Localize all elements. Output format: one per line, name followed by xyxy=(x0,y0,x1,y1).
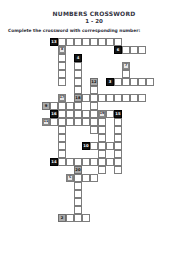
empty-cell xyxy=(26,142,34,150)
empty-cell xyxy=(138,86,146,94)
empty-cell xyxy=(98,78,106,86)
empty-cell xyxy=(82,70,90,78)
answer-cell[interactable] xyxy=(58,62,66,70)
answer-cell[interactable] xyxy=(82,118,90,126)
empty-cell xyxy=(42,142,50,150)
clue-cell-gray: 12 xyxy=(90,78,98,86)
answer-cell[interactable] xyxy=(146,78,154,86)
clue-cell-gray: 2 xyxy=(58,214,66,222)
answer-cell[interactable] xyxy=(58,78,66,86)
empty-cell xyxy=(42,54,50,62)
answer-cell[interactable] xyxy=(98,38,106,46)
empty-cell xyxy=(26,198,34,206)
answer-cell-with-clue-number[interactable]: 19 xyxy=(98,110,106,118)
empty-cell xyxy=(146,182,154,190)
empty-cell xyxy=(146,46,154,54)
empty-cell xyxy=(42,70,50,78)
empty-cell xyxy=(42,150,50,158)
empty-cell xyxy=(122,190,130,198)
empty-cell xyxy=(42,38,50,46)
empty-cell xyxy=(114,174,122,182)
empty-cell xyxy=(114,70,122,78)
empty-cell xyxy=(146,198,154,206)
answer-cell[interactable] xyxy=(74,158,82,166)
empty-cell xyxy=(106,206,114,214)
empty-cell xyxy=(122,102,130,110)
clue-number-box: 7 xyxy=(123,63,128,68)
answer-cell[interactable] xyxy=(58,134,66,142)
empty-cell xyxy=(98,102,106,110)
answer-cell[interactable] xyxy=(114,94,122,102)
empty-cell xyxy=(66,206,74,214)
empty-cell xyxy=(130,110,138,118)
empty-cell xyxy=(50,70,58,78)
answer-cell[interactable] xyxy=(66,118,74,126)
empty-cell xyxy=(66,54,74,62)
empty-cell xyxy=(146,134,154,142)
empty-cell xyxy=(106,70,114,78)
answer-cell[interactable] xyxy=(74,102,82,110)
answer-cell[interactable] xyxy=(58,126,66,134)
empty-cell xyxy=(26,94,34,102)
empty-cell xyxy=(138,62,146,70)
answer-cell[interactable] xyxy=(106,158,114,166)
empty-cell xyxy=(26,62,34,70)
answer-cell[interactable] xyxy=(106,142,114,150)
empty-cell xyxy=(66,86,74,94)
empty-cell xyxy=(50,150,58,158)
answer-cell[interactable] xyxy=(74,206,82,214)
empty-cell xyxy=(114,102,122,110)
empty-cell xyxy=(74,46,82,54)
empty-cell xyxy=(34,86,42,94)
clue-cell-black: 16 xyxy=(50,110,58,118)
empty-cell xyxy=(146,190,154,198)
empty-cell xyxy=(130,102,138,110)
empty-cell xyxy=(82,206,90,214)
empty-cell xyxy=(122,110,130,118)
empty-cell xyxy=(106,134,114,142)
empty-cell xyxy=(34,198,42,206)
answer-cell[interactable] xyxy=(114,134,122,142)
empty-cell xyxy=(138,102,146,110)
empty-cell xyxy=(130,198,138,206)
empty-cell xyxy=(122,126,130,134)
empty-cell xyxy=(122,150,130,158)
answer-cell[interactable] xyxy=(106,94,114,102)
clue-number-box: 17 xyxy=(59,95,64,100)
answer-cell[interactable] xyxy=(58,142,66,150)
empty-cell xyxy=(50,142,58,150)
empty-cell xyxy=(26,54,34,62)
empty-cell xyxy=(34,78,42,86)
empty-cell xyxy=(26,86,34,94)
answer-cell[interactable] xyxy=(114,118,122,126)
empty-cell xyxy=(138,142,146,150)
answer-cell[interactable] xyxy=(90,158,98,166)
empty-cell xyxy=(106,182,114,190)
empty-cell xyxy=(66,70,74,78)
empty-cell xyxy=(50,182,58,190)
answer-cell[interactable] xyxy=(98,134,106,142)
answer-cell[interactable] xyxy=(138,94,146,102)
empty-cell xyxy=(34,174,42,182)
answer-cell[interactable] xyxy=(98,118,106,126)
empty-cell xyxy=(34,54,42,62)
empty-cell xyxy=(98,86,106,94)
empty-cell xyxy=(146,150,154,158)
empty-cell xyxy=(42,158,50,166)
answer-cell[interactable] xyxy=(50,102,58,110)
answer-cell-with-clue-number[interactable]: 7 xyxy=(122,62,130,70)
empty-cell xyxy=(34,134,42,142)
empty-cell xyxy=(146,102,154,110)
answer-cell[interactable] xyxy=(74,174,82,182)
empty-cell xyxy=(122,174,130,182)
answer-cell[interactable] xyxy=(98,142,106,150)
empty-cell xyxy=(74,150,82,158)
answer-cell[interactable] xyxy=(82,174,90,182)
empty-cell xyxy=(82,198,90,206)
empty-cell xyxy=(146,118,154,126)
empty-cell xyxy=(26,70,34,78)
answer-cell[interactable] xyxy=(122,70,130,78)
answer-cell[interactable] xyxy=(58,70,66,78)
clue-cell-black: 10 xyxy=(82,142,90,150)
empty-cell xyxy=(114,86,122,94)
answer-cell[interactable] xyxy=(90,118,98,126)
answer-cell[interactable] xyxy=(106,38,114,46)
answer-cell[interactable] xyxy=(90,94,98,102)
answer-cell[interactable] xyxy=(66,102,74,110)
empty-cell xyxy=(26,118,34,126)
answer-cell[interactable] xyxy=(58,102,66,110)
empty-cell xyxy=(114,190,122,198)
empty-cell xyxy=(98,214,106,222)
empty-cell xyxy=(66,46,74,54)
empty-cell xyxy=(82,166,90,174)
answer-cell[interactable] xyxy=(114,158,122,166)
empty-cell xyxy=(130,118,138,126)
empty-cell xyxy=(66,182,74,190)
empty-cell xyxy=(50,166,58,174)
empty-cell xyxy=(26,182,34,190)
answer-cell[interactable] xyxy=(58,158,66,166)
empty-cell xyxy=(34,142,42,150)
empty-cell xyxy=(130,134,138,142)
worksheet-page: NUMBERS CROSSWORD 1 - 20 Complete the cr… xyxy=(0,0,180,255)
answer-cell[interactable] xyxy=(74,62,82,70)
answer-cell[interactable] xyxy=(58,54,66,62)
empty-cell xyxy=(146,62,154,70)
empty-cell xyxy=(66,94,74,102)
answer-cell[interactable] xyxy=(90,174,98,182)
empty-cell xyxy=(146,94,154,102)
empty-cell xyxy=(98,198,106,206)
empty-cell xyxy=(90,70,98,78)
empty-cell xyxy=(34,182,42,190)
empty-cell xyxy=(58,190,66,198)
empty-cell xyxy=(90,54,98,62)
answer-cell[interactable] xyxy=(90,110,98,118)
clue-cell-black: 15 xyxy=(114,110,122,118)
empty-cell xyxy=(42,214,50,222)
answer-cell[interactable] xyxy=(114,166,122,174)
empty-cell xyxy=(42,46,50,54)
empty-cell xyxy=(146,54,154,62)
empty-cell xyxy=(90,62,98,70)
empty-cell xyxy=(58,86,66,94)
answer-cell[interactable] xyxy=(50,118,58,126)
empty-cell xyxy=(58,182,66,190)
clue-number-box: 8 xyxy=(59,47,64,52)
empty-cell xyxy=(98,182,106,190)
empty-cell xyxy=(42,126,50,134)
empty-cell xyxy=(106,46,114,54)
empty-cell xyxy=(98,62,106,70)
empty-cell xyxy=(58,198,66,206)
answer-cell[interactable] xyxy=(90,38,98,46)
answer-cell[interactable] xyxy=(114,126,122,134)
empty-cell xyxy=(130,70,138,78)
answer-cell[interactable] xyxy=(98,150,106,158)
answer-cell[interactable] xyxy=(90,102,98,110)
empty-cell xyxy=(34,190,42,198)
empty-cell xyxy=(130,86,138,94)
empty-cell xyxy=(42,166,50,174)
empty-cell xyxy=(66,150,74,158)
empty-cell xyxy=(98,174,106,182)
empty-cell xyxy=(26,78,34,86)
answer-cell[interactable] xyxy=(98,126,106,134)
empty-cell xyxy=(146,158,154,166)
empty-cell xyxy=(138,158,146,166)
answer-cell[interactable] xyxy=(66,214,74,222)
answer-cell[interactable] xyxy=(74,198,82,206)
empty-cell xyxy=(26,110,34,118)
answer-cell[interactable] xyxy=(98,166,106,174)
empty-cell xyxy=(66,166,74,174)
empty-cell xyxy=(122,86,130,94)
answer-cell[interactable] xyxy=(98,94,106,102)
empty-cell xyxy=(34,206,42,214)
empty-cell xyxy=(34,38,42,46)
empty-cell xyxy=(66,134,74,142)
empty-cell xyxy=(66,190,74,198)
empty-cell xyxy=(42,78,50,86)
empty-cell xyxy=(82,126,90,134)
clue-cell-black: 4 xyxy=(74,54,82,62)
empty-cell xyxy=(50,62,58,70)
empty-cell xyxy=(138,126,146,134)
empty-cell xyxy=(106,150,114,158)
answer-cell[interactable] xyxy=(138,78,146,86)
empty-cell xyxy=(122,134,130,142)
answer-cell[interactable] xyxy=(82,94,90,102)
answer-cell[interactable] xyxy=(138,46,146,54)
empty-cell xyxy=(34,150,42,158)
empty-cell xyxy=(106,118,114,126)
empty-cell xyxy=(26,46,34,54)
answer-cell[interactable] xyxy=(58,118,66,126)
empty-cell xyxy=(42,190,50,198)
empty-cell xyxy=(26,134,34,142)
empty-cell xyxy=(26,126,34,134)
empty-cell xyxy=(42,198,50,206)
answer-cell-with-clue-number[interactable]: 11 xyxy=(42,118,50,126)
answer-cell-with-clue-number[interactable]: 8 xyxy=(58,46,66,54)
empty-cell xyxy=(106,62,114,70)
clue-cell-black: 14 xyxy=(50,158,58,166)
answer-cell-with-clue-number[interactable]: 17 xyxy=(58,94,66,102)
empty-cell xyxy=(82,134,90,142)
empty-cell xyxy=(34,126,42,134)
empty-cell xyxy=(42,62,50,70)
answer-cell[interactable] xyxy=(122,78,130,86)
answer-cell[interactable] xyxy=(74,86,82,94)
empty-cell xyxy=(122,206,130,214)
empty-cell xyxy=(42,110,50,118)
crossword-grid: 138647123171891619151110142052 xyxy=(26,38,154,222)
answer-cell[interactable] xyxy=(98,158,106,166)
answer-cell[interactable] xyxy=(122,94,130,102)
empty-cell xyxy=(66,198,74,206)
empty-cell xyxy=(130,166,138,174)
answer-cell[interactable] xyxy=(90,86,98,94)
empty-cell xyxy=(34,62,42,70)
empty-cell xyxy=(58,174,66,182)
empty-cell xyxy=(106,198,114,206)
empty-cell xyxy=(50,86,58,94)
empty-cell xyxy=(50,190,58,198)
empty-cell xyxy=(138,190,146,198)
empty-cell xyxy=(98,206,106,214)
answer-cell[interactable] xyxy=(74,38,82,46)
empty-cell xyxy=(106,190,114,198)
empty-cell xyxy=(90,206,98,214)
answer-cell[interactable] xyxy=(82,110,90,118)
empty-cell xyxy=(82,150,90,158)
clue-cell-black: 3 xyxy=(106,78,114,86)
empty-cell xyxy=(34,166,42,174)
empty-cell xyxy=(146,142,154,150)
answer-cell[interactable] xyxy=(74,182,82,190)
answer-cell[interactable] xyxy=(130,46,138,54)
empty-cell xyxy=(74,126,82,134)
answer-cell[interactable] xyxy=(90,142,98,150)
empty-cell xyxy=(130,190,138,198)
empty-cell xyxy=(50,198,58,206)
empty-cell xyxy=(34,70,42,78)
empty-cell xyxy=(58,166,66,174)
answer-cell[interactable] xyxy=(114,150,122,158)
answer-cell[interactable] xyxy=(66,38,74,46)
answer-cell[interactable] xyxy=(66,158,74,166)
empty-cell xyxy=(82,182,90,190)
empty-cell xyxy=(138,54,146,62)
empty-cell xyxy=(130,142,138,150)
empty-cell xyxy=(106,174,114,182)
answer-cell[interactable] xyxy=(82,38,90,46)
empty-cell xyxy=(122,182,130,190)
empty-cell xyxy=(114,54,122,62)
answer-cell[interactable] xyxy=(74,118,82,126)
answer-cell[interactable] xyxy=(114,78,122,86)
empty-cell xyxy=(34,102,42,110)
empty-cell xyxy=(42,94,50,102)
empty-cell xyxy=(98,70,106,78)
empty-cell xyxy=(82,46,90,54)
answer-cell[interactable] xyxy=(58,150,66,158)
empty-cell xyxy=(130,182,138,190)
clue-number-box: 19 xyxy=(99,111,104,116)
answer-cell[interactable] xyxy=(74,110,82,118)
empty-cell xyxy=(146,110,154,118)
answer-cell-with-clue-number[interactable]: 5 xyxy=(66,174,74,182)
empty-cell xyxy=(50,54,58,62)
answer-cell[interactable] xyxy=(90,126,98,134)
empty-cell xyxy=(66,126,74,134)
empty-cell xyxy=(130,38,138,46)
empty-cell xyxy=(146,166,154,174)
empty-cell xyxy=(50,206,58,214)
empty-cell xyxy=(26,214,34,222)
empty-cell xyxy=(50,46,58,54)
empty-cell xyxy=(146,126,154,134)
empty-cell xyxy=(26,38,34,46)
empty-cell xyxy=(50,126,58,134)
empty-cell xyxy=(50,174,58,182)
answer-cell[interactable] xyxy=(58,38,66,46)
answer-cell[interactable] xyxy=(58,110,66,118)
empty-cell xyxy=(82,62,90,70)
answer-cell[interactable] xyxy=(114,38,122,46)
empty-cell xyxy=(98,54,106,62)
clue-cell-black: 6 xyxy=(114,46,122,54)
empty-cell xyxy=(82,78,90,86)
answer-cell[interactable] xyxy=(74,190,82,198)
empty-cell xyxy=(130,126,138,134)
answer-cell[interactable] xyxy=(82,214,90,222)
answer-cell[interactable] xyxy=(114,142,122,150)
answer-cell[interactable] xyxy=(74,214,82,222)
empty-cell xyxy=(146,70,154,78)
answer-cell[interactable] xyxy=(82,158,90,166)
empty-cell xyxy=(58,206,66,214)
answer-cell[interactable] xyxy=(74,70,82,78)
answer-cell[interactable] xyxy=(122,46,130,54)
answer-cell[interactable] xyxy=(130,94,138,102)
answer-cell[interactable] xyxy=(130,78,138,86)
empty-cell xyxy=(146,38,154,46)
answer-cell[interactable] xyxy=(106,110,114,118)
empty-cell xyxy=(138,214,146,222)
empty-cell xyxy=(66,62,74,70)
empty-cell xyxy=(26,150,34,158)
answer-cell[interactable] xyxy=(66,110,74,118)
empty-cell xyxy=(90,182,98,190)
empty-cell xyxy=(26,174,34,182)
empty-cell xyxy=(122,118,130,126)
empty-cell xyxy=(26,190,34,198)
empty-cell xyxy=(138,206,146,214)
empty-cell xyxy=(90,166,98,174)
answer-cell[interactable] xyxy=(74,78,82,86)
empty-cell xyxy=(42,86,50,94)
empty-cell xyxy=(130,206,138,214)
empty-cell xyxy=(74,142,82,150)
instruction-text: Complete the crossword with correspondin… xyxy=(8,28,140,33)
